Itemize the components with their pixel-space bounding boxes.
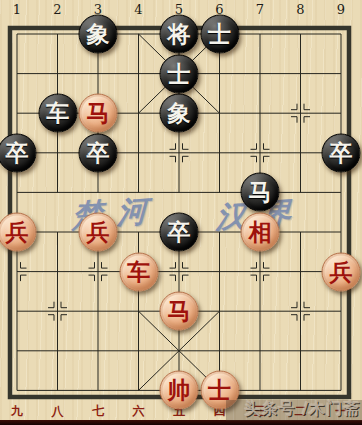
file-label-bottom-4: 六 [133,403,145,420]
xiangqi-board: 楚河 汉界 123456789 九八七六五四三二一 象将士士车马象卒卒卒马兵兵卒… [0,0,362,425]
piece-black-elephant[interactable]: 象 [160,94,199,133]
file-label-top-4: 4 [134,2,142,17]
piece-black-soldier[interactable]: 卒 [160,213,199,252]
file-label-top-7: 7 [256,2,264,17]
file-label-bottom-2: 八 [52,403,64,420]
piece-red-general[interactable]: 帅 [160,371,199,410]
piece-black-general[interactable]: 将 [160,15,199,54]
piece-black-soldier[interactable]: 卒 [79,133,118,172]
watermark: 头条号 /木门斋 [245,399,360,420]
file-label-bottom-1: 九 [11,403,23,420]
piece-red-chariot[interactable]: 车 [119,252,158,291]
piece-red-horse[interactable]: 马 [79,94,118,133]
piece-red-elephant[interactable]: 相 [241,213,280,252]
piece-red-horse[interactable]: 马 [160,292,199,331]
piece-red-soldier[interactable]: 兵 [79,213,118,252]
piece-black-chariot[interactable]: 车 [38,94,77,133]
file-label-top-1: 1 [13,2,21,17]
piece-black-elephant[interactable]: 象 [79,15,118,54]
piece-black-horse[interactable]: 马 [241,173,280,212]
piece-black-advisor[interactable]: 士 [200,15,239,54]
file-label-bottom-3: 七 [92,403,104,420]
file-label-top-8: 8 [296,2,304,17]
piece-red-soldier[interactable]: 兵 [322,252,361,291]
file-label-top-9: 9 [337,2,345,17]
piece-black-soldier[interactable]: 卒 [322,133,361,172]
file-label-top-2: 2 [53,2,61,17]
piece-black-advisor[interactable]: 士 [160,54,199,93]
